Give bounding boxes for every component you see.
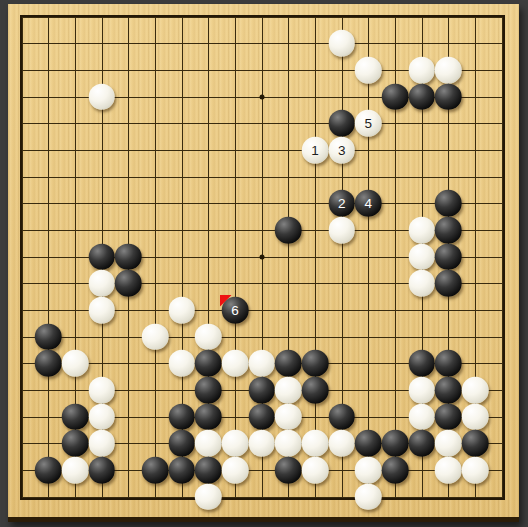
stone-white[interactable] xyxy=(435,457,462,484)
stone-black[interactable] xyxy=(302,377,329,404)
stone-black[interactable] xyxy=(115,270,142,297)
stone-white[interactable] xyxy=(408,377,435,404)
stone-black[interactable] xyxy=(248,377,275,404)
stone-white[interactable] xyxy=(222,457,249,484)
stone-black[interactable] xyxy=(382,457,409,484)
stone-black[interactable]: 6 xyxy=(222,297,249,324)
stone-black[interactable] xyxy=(275,217,302,244)
stone-black[interactable] xyxy=(435,377,462,404)
stone-white[interactable] xyxy=(88,403,115,430)
stone-black[interactable] xyxy=(35,323,62,350)
move-number: 5 xyxy=(365,117,373,131)
last-move-marker xyxy=(220,295,232,307)
stone-white[interactable]: 5 xyxy=(355,110,382,137)
stone-black[interactable] xyxy=(355,430,382,457)
star-point xyxy=(259,94,264,99)
stone-white[interactable] xyxy=(462,457,489,484)
stone-white[interactable] xyxy=(88,83,115,110)
stone-black[interactable] xyxy=(462,430,489,457)
stone-black[interactable] xyxy=(248,403,275,430)
grid-line-horizontal xyxy=(22,337,503,338)
stone-black[interactable] xyxy=(275,350,302,377)
stone-black[interactable] xyxy=(62,403,89,430)
stone-black[interactable] xyxy=(408,350,435,377)
move-number: 3 xyxy=(338,143,346,157)
stone-white[interactable] xyxy=(222,430,249,457)
stone-black[interactable] xyxy=(435,403,462,430)
stone-black[interactable] xyxy=(142,457,169,484)
stone-white[interactable] xyxy=(462,377,489,404)
stone-black[interactable] xyxy=(195,403,222,430)
stone-black[interactable] xyxy=(435,217,462,244)
stone-white[interactable] xyxy=(168,297,195,324)
stone-white[interactable] xyxy=(328,30,355,57)
stone-black[interactable] xyxy=(435,270,462,297)
stone-black[interactable] xyxy=(408,430,435,457)
stone-black[interactable]: 4 xyxy=(355,190,382,217)
stone-white[interactable] xyxy=(302,430,329,457)
stone-black[interactable] xyxy=(168,403,195,430)
move-number: 6 xyxy=(231,303,239,317)
grid-line-vertical xyxy=(368,17,369,498)
stone-white[interactable] xyxy=(328,217,355,244)
stone-black[interactable] xyxy=(435,350,462,377)
stone-white[interactable] xyxy=(248,430,275,457)
grid-line-horizontal xyxy=(22,497,503,498)
stone-white[interactable] xyxy=(195,483,222,510)
stone-white[interactable] xyxy=(355,457,382,484)
stone-black[interactable] xyxy=(302,350,329,377)
stone-white[interactable] xyxy=(275,403,302,430)
stone-white[interactable] xyxy=(408,403,435,430)
stone-white[interactable] xyxy=(408,243,435,270)
stone-white[interactable] xyxy=(88,270,115,297)
stone-white[interactable] xyxy=(328,430,355,457)
move-number: 1 xyxy=(311,143,319,157)
stone-white[interactable] xyxy=(435,57,462,84)
stone-black[interactable] xyxy=(435,83,462,110)
stone-white[interactable] xyxy=(408,57,435,84)
screenshot-root: 513246 xyxy=(0,0,528,527)
stone-white[interactable] xyxy=(62,457,89,484)
stone-black[interactable] xyxy=(195,457,222,484)
stone-black[interactable] xyxy=(88,457,115,484)
stone-white[interactable] xyxy=(355,483,382,510)
stone-white[interactable] xyxy=(195,430,222,457)
grid-line-vertical xyxy=(502,17,503,498)
stone-white[interactable] xyxy=(88,377,115,404)
stone-white[interactable] xyxy=(168,350,195,377)
grid-line-vertical xyxy=(315,17,316,498)
stone-black[interactable] xyxy=(168,457,195,484)
stone-black[interactable] xyxy=(35,457,62,484)
stone-white[interactable] xyxy=(88,297,115,324)
stone-black[interactable] xyxy=(408,83,435,110)
stone-white[interactable] xyxy=(142,323,169,350)
stone-white[interactable] xyxy=(408,217,435,244)
stone-white[interactable] xyxy=(408,270,435,297)
stone-white[interactable]: 3 xyxy=(328,137,355,164)
stone-black[interactable] xyxy=(275,457,302,484)
stone-black[interactable] xyxy=(195,377,222,404)
star-point xyxy=(259,254,264,259)
stone-white[interactable]: 1 xyxy=(302,137,329,164)
stone-white[interactable] xyxy=(222,350,249,377)
stone-black[interactable] xyxy=(115,243,142,270)
stone-black[interactable]: 2 xyxy=(328,190,355,217)
stone-black[interactable] xyxy=(35,350,62,377)
stone-white[interactable] xyxy=(62,350,89,377)
stone-white[interactable] xyxy=(275,430,302,457)
stone-black[interactable] xyxy=(382,430,409,457)
stone-black[interactable] xyxy=(435,243,462,270)
stone-white[interactable] xyxy=(248,350,275,377)
stone-black[interactable] xyxy=(62,430,89,457)
go-board[interactable]: 513246 xyxy=(8,4,519,522)
stone-white[interactable] xyxy=(88,430,115,457)
stone-black[interactable] xyxy=(328,403,355,430)
move-number: 2 xyxy=(338,197,346,211)
stone-white[interactable] xyxy=(275,377,302,404)
stone-white[interactable] xyxy=(435,430,462,457)
stone-white[interactable] xyxy=(355,57,382,84)
stone-black[interactable] xyxy=(435,190,462,217)
stone-black[interactable] xyxy=(328,110,355,137)
stone-black[interactable] xyxy=(195,350,222,377)
stone-white[interactable] xyxy=(462,403,489,430)
stone-black[interactable] xyxy=(168,430,195,457)
stone-white[interactable] xyxy=(302,457,329,484)
stone-black[interactable] xyxy=(382,83,409,110)
stone-white[interactable] xyxy=(195,323,222,350)
stone-black[interactable] xyxy=(88,243,115,270)
move-number: 4 xyxy=(365,197,373,211)
